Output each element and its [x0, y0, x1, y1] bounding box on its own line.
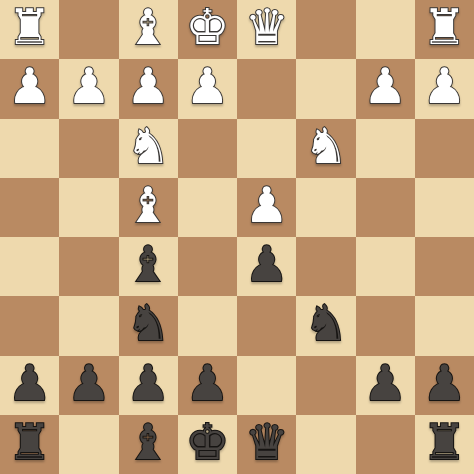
square-g2[interactable]: ♟ — [59, 59, 118, 118]
square-f7[interactable]: ♟ — [119, 356, 178, 415]
white-pawn[interactable]: ♟ — [363, 62, 407, 111]
square-a5[interactable] — [415, 237, 474, 296]
square-b8[interactable] — [356, 415, 415, 474]
square-h4[interactable] — [0, 178, 59, 237]
square-b6[interactable] — [356, 296, 415, 355]
square-f8[interactable]: ♝ — [119, 415, 178, 474]
chess-board: ♜♝♚♛♜♟♟♟♟♟♟♞♞♝♟♝♟♞♞♟♟♟♟♟♟♜♝♚♛♜ — [0, 0, 474, 474]
square-a2[interactable]: ♟ — [415, 59, 474, 118]
black-bishop[interactable]: ♝ — [126, 418, 170, 467]
square-c4[interactable] — [296, 178, 355, 237]
black-rook[interactable]: ♜ — [422, 418, 466, 467]
black-pawn[interactable]: ♟ — [67, 359, 111, 408]
square-a7[interactable]: ♟ — [415, 356, 474, 415]
square-f1[interactable]: ♝ — [119, 0, 178, 59]
square-b2[interactable]: ♟ — [356, 59, 415, 118]
black-king[interactable]: ♚ — [185, 418, 229, 467]
black-pawn[interactable]: ♟ — [185, 359, 229, 408]
black-knight[interactable]: ♞ — [304, 299, 348, 348]
square-d5[interactable]: ♟ — [237, 237, 296, 296]
square-b3[interactable] — [356, 119, 415, 178]
square-a4[interactable] — [415, 178, 474, 237]
square-d1[interactable]: ♛ — [237, 0, 296, 59]
square-g5[interactable] — [59, 237, 118, 296]
black-pawn[interactable]: ♟ — [8, 359, 52, 408]
square-f5[interactable]: ♝ — [119, 237, 178, 296]
black-bishop[interactable]: ♝ — [126, 240, 170, 289]
black-queen[interactable]: ♛ — [245, 418, 289, 467]
square-e1[interactable]: ♚ — [178, 0, 237, 59]
white-queen[interactable]: ♛ — [245, 3, 289, 52]
square-e7[interactable]: ♟ — [178, 356, 237, 415]
square-c8[interactable] — [296, 415, 355, 474]
white-pawn[interactable]: ♟ — [67, 62, 111, 111]
square-c2[interactable] — [296, 59, 355, 118]
square-g1[interactable] — [59, 0, 118, 59]
square-b5[interactable] — [356, 237, 415, 296]
square-h7[interactable]: ♟ — [0, 356, 59, 415]
square-b4[interactable] — [356, 178, 415, 237]
square-h1[interactable]: ♜ — [0, 0, 59, 59]
square-e4[interactable] — [178, 178, 237, 237]
black-pawn[interactable]: ♟ — [422, 359, 466, 408]
square-e2[interactable]: ♟ — [178, 59, 237, 118]
square-g6[interactable] — [59, 296, 118, 355]
square-f2[interactable]: ♟ — [119, 59, 178, 118]
square-h8[interactable]: ♜ — [0, 415, 59, 474]
square-c5[interactable] — [296, 237, 355, 296]
square-g8[interactable] — [59, 415, 118, 474]
square-g4[interactable] — [59, 178, 118, 237]
square-c1[interactable] — [296, 0, 355, 59]
square-f6[interactable]: ♞ — [119, 296, 178, 355]
square-e5[interactable] — [178, 237, 237, 296]
square-b1[interactable] — [356, 0, 415, 59]
white-bishop[interactable]: ♝ — [126, 181, 170, 230]
square-a3[interactable] — [415, 119, 474, 178]
square-c6[interactable]: ♞ — [296, 296, 355, 355]
square-d2[interactable] — [237, 59, 296, 118]
black-knight[interactable]: ♞ — [126, 299, 170, 348]
white-pawn[interactable]: ♟ — [126, 62, 170, 111]
square-e3[interactable] — [178, 119, 237, 178]
square-c3[interactable]: ♞ — [296, 119, 355, 178]
square-d6[interactable] — [237, 296, 296, 355]
square-h6[interactable] — [0, 296, 59, 355]
square-c7[interactable] — [296, 356, 355, 415]
white-knight[interactable]: ♞ — [126, 122, 170, 171]
square-d7[interactable] — [237, 356, 296, 415]
square-a6[interactable] — [415, 296, 474, 355]
white-bishop[interactable]: ♝ — [126, 3, 170, 52]
square-f3[interactable]: ♞ — [119, 119, 178, 178]
white-knight[interactable]: ♞ — [304, 122, 348, 171]
square-d8[interactable]: ♛ — [237, 415, 296, 474]
black-pawn[interactable]: ♟ — [126, 359, 170, 408]
square-d4[interactable]: ♟ — [237, 178, 296, 237]
square-a8[interactable]: ♜ — [415, 415, 474, 474]
square-b7[interactable]: ♟ — [356, 356, 415, 415]
white-rook[interactable]: ♜ — [8, 3, 52, 52]
white-pawn[interactable]: ♟ — [422, 62, 466, 111]
square-h3[interactable] — [0, 119, 59, 178]
square-a1[interactable]: ♜ — [415, 0, 474, 59]
white-pawn[interactable]: ♟ — [185, 62, 229, 111]
square-e8[interactable]: ♚ — [178, 415, 237, 474]
black-pawn[interactable]: ♟ — [363, 359, 407, 408]
white-king[interactable]: ♚ — [185, 3, 229, 52]
square-h5[interactable] — [0, 237, 59, 296]
black-rook[interactable]: ♜ — [8, 418, 52, 467]
square-g7[interactable]: ♟ — [59, 356, 118, 415]
white-rook[interactable]: ♜ — [422, 3, 466, 52]
square-e6[interactable] — [178, 296, 237, 355]
black-pawn[interactable]: ♟ — [245, 240, 289, 289]
white-pawn[interactable]: ♟ — [8, 62, 52, 111]
square-d3[interactable] — [237, 119, 296, 178]
square-f4[interactable]: ♝ — [119, 178, 178, 237]
square-g3[interactable] — [59, 119, 118, 178]
square-h2[interactable]: ♟ — [0, 59, 59, 118]
white-pawn[interactable]: ♟ — [245, 181, 289, 230]
